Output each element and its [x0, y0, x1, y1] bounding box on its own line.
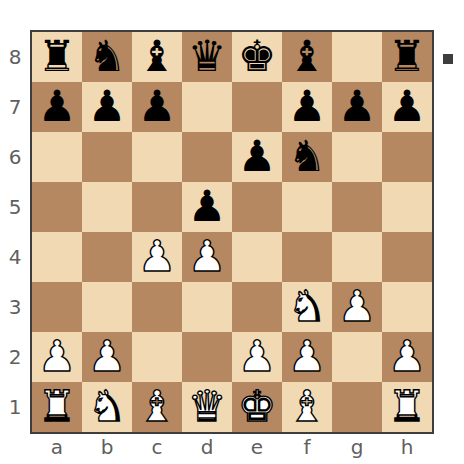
square-h8[interactable]: ♜ [382, 32, 432, 82]
square-b5[interactable] [82, 182, 132, 232]
square-g1[interactable] [332, 382, 382, 432]
rank-label-5: 5 [0, 182, 30, 232]
square-c1[interactable]: ♝ [132, 382, 182, 432]
square-a4[interactable] [32, 232, 82, 282]
square-d5[interactable]: ♟ [182, 182, 232, 232]
square-f4[interactable] [282, 232, 332, 282]
rank-label-8: 8 [0, 32, 30, 82]
file-label-c: c [132, 433, 182, 461]
black-queen: ♛ [182, 32, 232, 82]
black-knight: ♞ [282, 132, 332, 182]
white-pawn: ♟ [382, 332, 432, 382]
white-pawn: ♟ [132, 232, 182, 282]
square-d7[interactable] [182, 82, 232, 132]
black-pawn: ♟ [382, 82, 432, 132]
square-g2[interactable] [332, 332, 382, 382]
square-h4[interactable] [382, 232, 432, 282]
file-label-h: h [382, 433, 432, 461]
square-a7[interactable]: ♟ [32, 82, 82, 132]
white-knight: ♞ [82, 382, 132, 432]
square-g8[interactable] [332, 32, 382, 82]
rank-label-3: 3 [0, 282, 30, 332]
square-e2[interactable]: ♟ [232, 332, 282, 382]
white-pawn: ♟ [282, 332, 332, 382]
square-h3[interactable] [382, 282, 432, 332]
square-d2[interactable] [182, 332, 232, 382]
file-label-b: b [82, 433, 132, 461]
square-c8[interactable]: ♝ [132, 32, 182, 82]
file-label-a: a [32, 433, 82, 461]
square-b6[interactable] [82, 132, 132, 182]
square-g7[interactable]: ♟ [332, 82, 382, 132]
white-rook: ♜ [32, 382, 82, 432]
file-label-f: f [282, 433, 332, 461]
square-b3[interactable] [82, 282, 132, 332]
square-c3[interactable] [132, 282, 182, 332]
square-e8[interactable]: ♚ [232, 32, 282, 82]
square-e1[interactable]: ♚ [232, 382, 282, 432]
square-g6[interactable] [332, 132, 382, 182]
square-a1[interactable]: ♜ [32, 382, 82, 432]
square-d4[interactable]: ♟ [182, 232, 232, 282]
rank-label-4: 4 [0, 232, 30, 282]
black-pawn: ♟ [82, 82, 132, 132]
black-pawn: ♟ [132, 82, 182, 132]
square-b2[interactable]: ♟ [82, 332, 132, 382]
white-queen: ♛ [182, 382, 232, 432]
square-d1[interactable]: ♛ [182, 382, 232, 432]
white-pawn: ♟ [82, 332, 132, 382]
square-e3[interactable] [232, 282, 282, 332]
square-f2[interactable]: ♟ [282, 332, 332, 382]
white-knight: ♞ [282, 282, 332, 332]
square-a8[interactable]: ♜ [32, 32, 82, 82]
square-d6[interactable] [182, 132, 232, 182]
black-knight: ♞ [82, 32, 132, 82]
square-e4[interactable] [232, 232, 282, 282]
white-rook: ♜ [382, 382, 432, 432]
black-to-move-indicator [443, 54, 453, 64]
black-pawn: ♟ [332, 82, 382, 132]
black-pawn: ♟ [182, 182, 232, 232]
square-d3[interactable] [182, 282, 232, 332]
black-rook: ♜ [382, 32, 432, 82]
rank-label-6: 6 [0, 132, 30, 182]
square-h7[interactable]: ♟ [382, 82, 432, 132]
square-h6[interactable] [382, 132, 432, 182]
white-bishop: ♝ [132, 382, 182, 432]
square-f7[interactable]: ♟ [282, 82, 332, 132]
white-king: ♚ [232, 382, 282, 432]
square-f5[interactable] [282, 182, 332, 232]
square-a2[interactable]: ♟ [32, 332, 82, 382]
square-f6[interactable]: ♞ [282, 132, 332, 182]
square-a5[interactable] [32, 182, 82, 232]
white-pawn: ♟ [32, 332, 82, 382]
square-h2[interactable]: ♟ [382, 332, 432, 382]
square-c7[interactable]: ♟ [132, 82, 182, 132]
square-f1[interactable]: ♝ [282, 382, 332, 432]
white-bishop: ♝ [282, 382, 332, 432]
square-h1[interactable]: ♜ [382, 382, 432, 432]
black-rook: ♜ [32, 32, 82, 82]
chess-diagram: 87654321 ♜♞♝♛♚♝♜♟♟♟♟♟♟♟♞♟♟♟♞♟♟♟♟♟♟♜♞♝♛♚♝… [0, 0, 464, 464]
square-c5[interactable] [132, 182, 182, 232]
rank-label-7: 7 [0, 82, 30, 132]
square-b7[interactable]: ♟ [82, 82, 132, 132]
square-e7[interactable] [232, 82, 282, 132]
file-label-d: d [182, 433, 232, 461]
black-king: ♚ [232, 32, 282, 82]
black-bishop: ♝ [282, 32, 332, 82]
file-label-e: e [232, 433, 282, 461]
square-b4[interactable] [82, 232, 132, 282]
white-pawn: ♟ [232, 332, 282, 382]
square-f8[interactable]: ♝ [282, 32, 332, 82]
board-grid: ♜♞♝♛♚♝♜♟♟♟♟♟♟♟♞♟♟♟♞♟♟♟♟♟♟♜♞♝♛♚♝♜ [32, 32, 432, 432]
square-a3[interactable] [32, 282, 82, 332]
square-h5[interactable] [382, 182, 432, 232]
square-a6[interactable] [32, 132, 82, 182]
file-label-g: g [332, 433, 382, 461]
black-pawn: ♟ [282, 82, 332, 132]
square-g4[interactable] [332, 232, 382, 282]
square-c6[interactable] [132, 132, 182, 182]
file-labels: abcdefgh [32, 433, 432, 461]
black-bishop: ♝ [132, 32, 182, 82]
square-e5[interactable] [232, 182, 282, 232]
square-e6[interactable]: ♟ [232, 132, 282, 182]
square-g5[interactable] [332, 182, 382, 232]
white-pawn: ♟ [182, 232, 232, 282]
square-c4[interactable]: ♟ [132, 232, 182, 282]
rank-label-1: 1 [0, 382, 30, 432]
chess-board: ♜♞♝♛♚♝♜♟♟♟♟♟♟♟♞♟♟♟♞♟♟♟♟♟♟♜♞♝♛♚♝♜ [30, 30, 434, 434]
black-pawn: ♟ [32, 82, 82, 132]
white-pawn: ♟ [332, 282, 382, 332]
square-b1[interactable]: ♞ [82, 382, 132, 432]
rank-labels: 87654321 [0, 32, 30, 432]
square-g3[interactable]: ♟ [332, 282, 382, 332]
square-f3[interactable]: ♞ [282, 282, 332, 332]
black-pawn: ♟ [232, 132, 282, 182]
square-c2[interactable] [132, 332, 182, 382]
rank-label-2: 2 [0, 332, 30, 382]
square-b8[interactable]: ♞ [82, 32, 132, 82]
square-d8[interactable]: ♛ [182, 32, 232, 82]
